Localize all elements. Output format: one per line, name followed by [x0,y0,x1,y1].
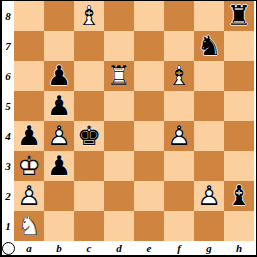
white-pawn[interactable]: ♙ [197,181,221,211]
square-c4[interactable]: ♚ [74,121,104,151]
square-g5[interactable] [194,91,224,121]
square-b7[interactable] [44,31,74,61]
square-f3[interactable] [164,151,194,181]
square-c2[interactable] [74,181,104,211]
white-pawn[interactable]: ♙ [167,121,191,151]
square-h8[interactable]: ♜ [224,1,254,31]
black-rook[interactable]: ♜ [227,1,251,31]
square-e6[interactable] [134,61,164,91]
square-c7[interactable] [74,31,104,61]
file-label-c: c [74,241,104,255]
square-a3[interactable]: ♔ [14,151,44,181]
white-king[interactable]: ♔ [17,151,41,181]
square-h6[interactable] [224,61,254,91]
square-a1[interactable]: ♘ [14,211,44,241]
chess-board: ♗♜♞♟♖♗♟♟♙♚♙♔♟♙♙♝♘ [14,1,254,241]
rank-label-3: 3 [2,151,14,181]
file-label-h: h [224,241,254,255]
chess-diagram: 87654321 ♗♜♞♟♖♗♟♟♙♚♙♔♟♙♙♝♘ abcdefgh [0,0,257,257]
square-f6[interactable]: ♗ [164,61,194,91]
white-to-move-indicator [2,242,15,255]
square-a2[interactable]: ♙ [14,181,44,211]
square-b1[interactable] [44,211,74,241]
file-label-a: a [14,241,44,255]
square-b2[interactable] [44,181,74,211]
rank-label-8: 8 [2,1,14,31]
black-pawn[interactable]: ♟ [47,91,71,121]
square-d7[interactable] [104,31,134,61]
square-e3[interactable] [134,151,164,181]
square-a8[interactable] [14,1,44,31]
square-g8[interactable] [194,1,224,31]
black-knight[interactable]: ♞ [197,31,221,61]
square-e5[interactable] [134,91,164,121]
square-d1[interactable] [104,211,134,241]
square-e2[interactable] [134,181,164,211]
rank-label-4: 4 [2,121,14,151]
black-bishop[interactable]: ♝ [227,181,251,211]
square-f5[interactable] [164,91,194,121]
file-label-b: b [44,241,74,255]
rank-label-5: 5 [2,91,14,121]
square-a6[interactable] [14,61,44,91]
rank-labels: 87654321 [2,1,14,241]
square-h3[interactable] [224,151,254,181]
square-h5[interactable] [224,91,254,121]
square-c5[interactable] [74,91,104,121]
square-b8[interactable] [44,1,74,31]
file-label-e: e [134,241,164,255]
black-pawn[interactable]: ♟ [47,151,71,181]
white-bishop[interactable]: ♗ [77,1,101,31]
black-pawn[interactable]: ♟ [47,61,71,91]
square-c6[interactable] [74,61,104,91]
square-d4[interactable] [104,121,134,151]
white-bishop[interactable]: ♗ [167,61,191,91]
black-pawn[interactable]: ♟ [17,121,41,151]
file-labels: abcdefgh [14,241,254,255]
square-g4[interactable] [194,121,224,151]
square-c8[interactable]: ♗ [74,1,104,31]
rank-label-6: 6 [2,61,14,91]
square-e7[interactable] [134,31,164,61]
square-a7[interactable] [14,31,44,61]
rank-label-1: 1 [2,211,14,241]
rank-label-7: 7 [2,31,14,61]
square-f8[interactable] [164,1,194,31]
square-h1[interactable] [224,211,254,241]
square-e1[interactable] [134,211,164,241]
square-h2[interactable]: ♝ [224,181,254,211]
square-g6[interactable] [194,61,224,91]
square-h7[interactable] [224,31,254,61]
white-rook[interactable]: ♖ [107,61,131,91]
white-pawn[interactable]: ♙ [47,121,71,151]
square-c3[interactable] [74,151,104,181]
file-label-f: f [164,241,194,255]
square-g1[interactable] [194,211,224,241]
square-g2[interactable]: ♙ [194,181,224,211]
square-e8[interactable] [134,1,164,31]
square-h4[interactable] [224,121,254,151]
square-d5[interactable] [104,91,134,121]
file-label-d: d [104,241,134,255]
black-king[interactable]: ♚ [77,121,101,151]
square-a5[interactable] [14,91,44,121]
square-b5[interactable]: ♟ [44,91,74,121]
square-g7[interactable]: ♞ [194,31,224,61]
square-f4[interactable]: ♙ [164,121,194,151]
square-e4[interactable] [134,121,164,151]
square-g3[interactable] [194,151,224,181]
square-c1[interactable] [74,211,104,241]
square-a4[interactable]: ♟ [14,121,44,151]
square-f7[interactable] [164,31,194,61]
white-pawn[interactable]: ♙ [17,181,41,211]
square-f2[interactable] [164,181,194,211]
square-d2[interactable] [104,181,134,211]
square-b3[interactable]: ♟ [44,151,74,181]
square-b6[interactable]: ♟ [44,61,74,91]
square-f1[interactable] [164,211,194,241]
file-label-g: g [194,241,224,255]
square-d6[interactable]: ♖ [104,61,134,91]
square-d3[interactable] [104,151,134,181]
square-b4[interactable]: ♙ [44,121,74,151]
white-knight[interactable]: ♘ [17,211,41,241]
rank-label-2: 2 [2,181,14,211]
square-d8[interactable] [104,1,134,31]
